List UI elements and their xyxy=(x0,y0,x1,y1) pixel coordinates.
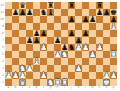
file-label-f: f xyxy=(40,86,47,91)
board-cell-p9[interactable]: ♝ xyxy=(110,23,117,30)
white-rook-piece: ♜ xyxy=(110,51,117,58)
black-rook-piece: ♜ xyxy=(68,2,75,9)
board-cell-i5[interactable]: ♞ xyxy=(61,51,68,58)
board-cell-o4[interactable] xyxy=(103,58,110,65)
board-cell-n5[interactable] xyxy=(96,51,103,58)
board-cell-m2[interactable] xyxy=(89,72,96,79)
board-cell-p2[interactable]: ♟ xyxy=(110,72,117,79)
board-cell-j5[interactable] xyxy=(68,51,75,58)
black-pawn-piece: ♟ xyxy=(26,9,33,16)
board-cell-b5[interactable] xyxy=(12,51,19,58)
board-cell-k2[interactable] xyxy=(75,72,82,79)
board-cell-g3[interactable] xyxy=(47,65,54,72)
board-cell-b10[interactable] xyxy=(12,16,19,23)
board-cell-e4[interactable]: ♝ xyxy=(33,58,40,65)
black-pawn-piece: ♟ xyxy=(82,30,89,37)
board-cell-n8[interactable] xyxy=(96,30,103,37)
file-label-b: b xyxy=(12,86,19,91)
board-cell-a8[interactable] xyxy=(5,30,12,37)
file-label-d: d xyxy=(26,86,33,91)
board-cell-h9[interactable] xyxy=(54,23,61,30)
white-pawn-piece: ♟ xyxy=(75,65,82,72)
file-label-m: m xyxy=(89,86,96,91)
white-pawn-piece: ♟ xyxy=(40,44,47,51)
board-cell-h11[interactable] xyxy=(54,9,61,16)
white-bishop-piece: ♝ xyxy=(110,23,117,30)
board-cell-a5[interactable] xyxy=(5,51,12,58)
board-cell-m9[interactable] xyxy=(89,23,96,30)
board-cell-c9[interactable] xyxy=(19,23,26,30)
board-cell-a7[interactable] xyxy=(5,37,12,44)
board-cell-e10[interactable] xyxy=(33,16,40,23)
board-cell-d6[interactable] xyxy=(26,44,33,51)
board-cell-k5[interactable] xyxy=(75,51,82,58)
board-cell-c10[interactable] xyxy=(19,16,26,23)
board-cell-g9[interactable] xyxy=(47,23,54,30)
board-cell-f8[interactable]: ♟ xyxy=(40,30,47,37)
board-cell-l2[interactable] xyxy=(82,72,89,79)
board-cell-n6[interactable]: ♟ xyxy=(96,44,103,51)
board-cell-m3[interactable] xyxy=(89,65,96,72)
board-cell-a10[interactable] xyxy=(5,16,12,23)
file-label-e: e xyxy=(33,86,40,91)
board-cell-f6[interactable]: ♟ xyxy=(40,44,47,51)
board-cell-o7[interactable] xyxy=(103,37,110,44)
file-label-i: i xyxy=(61,86,68,91)
file-label-k: k xyxy=(75,86,82,91)
board-cell-a6[interactable] xyxy=(5,44,12,51)
board-cell-h10[interactable] xyxy=(54,16,61,23)
board-cell-i4[interactable] xyxy=(61,58,68,65)
file-label-n: n xyxy=(96,86,103,91)
board-cell-b6[interactable] xyxy=(12,44,19,51)
board-cell-m10[interactable]: ♟ xyxy=(89,16,96,23)
board-cell-c5[interactable] xyxy=(19,51,26,58)
board-cell-m8[interactable] xyxy=(89,30,96,37)
board-cell-k3[interactable]: ♟ xyxy=(75,65,82,72)
file-label-c: c xyxy=(19,86,26,91)
board-cell-h12[interactable] xyxy=(54,2,61,9)
board-cell-n9[interactable] xyxy=(96,23,103,30)
board-cell-d3[interactable]: ♟ xyxy=(26,65,33,72)
white-knight-piece: ♞ xyxy=(61,51,68,58)
board-cell-p4[interactable] xyxy=(110,58,117,65)
board-cell-k12[interactable] xyxy=(75,2,82,9)
board-cell-j2[interactable] xyxy=(68,72,75,79)
board-cell-b9[interactable] xyxy=(12,23,19,30)
white-pawn-piece: ♟ xyxy=(96,44,103,51)
board-cell-g11[interactable]: ♝ xyxy=(47,9,54,16)
board-cell-d11[interactable]: ♟ xyxy=(26,9,33,16)
black-pawn-piece: ♟ xyxy=(89,16,96,23)
board-cell-p8[interactable] xyxy=(110,30,117,37)
white-bishop-piece: ♝ xyxy=(33,58,40,65)
file-label-a: a xyxy=(5,86,12,91)
board-cell-b7[interactable] xyxy=(12,37,19,44)
black-bishop-piece: ♝ xyxy=(47,9,54,16)
file-label-j: j xyxy=(68,86,75,91)
board-cell-a4[interactable] xyxy=(5,58,12,65)
black-pawn-piece: ♟ xyxy=(40,30,47,37)
board-cell-l4[interactable] xyxy=(82,58,89,65)
chess-board[interactable]: ♛♜♜♜♟♟♟♞♝♟♟♚♟♟♟♟♝♟♟♟♟♟♟♟♟♟♟♞♟♟♟♟♞♟♜♝♞♟♟♟… xyxy=(5,2,117,86)
board-cell-b8[interactable] xyxy=(12,30,19,37)
board-cell-i3[interactable] xyxy=(61,65,68,72)
board-cell-j10[interactable]: ♟ xyxy=(68,16,75,23)
board-cell-m5[interactable]: ♟ xyxy=(89,51,96,58)
file-label-o: o xyxy=(103,86,110,91)
white-pawn-piece: ♟ xyxy=(89,51,96,58)
board-cell-p5[interactable]: ♜ xyxy=(110,51,117,58)
board-cell-g10[interactable] xyxy=(47,16,54,23)
white-pawn-piece: ♟ xyxy=(26,65,33,72)
board-cell-l8[interactable]: ♟ xyxy=(82,30,89,37)
white-pawn-piece: ♟ xyxy=(110,72,117,79)
board-cell-f10[interactable] xyxy=(40,16,47,23)
board-cell-n4[interactable] xyxy=(96,58,103,65)
board-cell-c6[interactable] xyxy=(19,44,26,51)
board-cell-f5[interactable] xyxy=(40,51,47,58)
board-cell-d2[interactable] xyxy=(26,72,33,79)
board-cell-a9[interactable] xyxy=(5,23,12,30)
black-pawn-piece: ♟ xyxy=(68,16,75,23)
board-cell-l3[interactable] xyxy=(82,65,89,72)
board-cell-h3[interactable] xyxy=(54,65,61,72)
board-cell-d10[interactable] xyxy=(26,16,33,23)
file-label-g: g xyxy=(47,86,54,91)
board-cell-g4[interactable] xyxy=(47,58,54,65)
file-label-h: h xyxy=(54,86,61,91)
board-cell-j12[interactable]: ♜ xyxy=(68,2,75,9)
board-cell-h4[interactable] xyxy=(54,58,61,65)
board-cell-m4[interactable] xyxy=(89,58,96,65)
board-cell-f4[interactable] xyxy=(40,58,47,65)
board-cell-l12[interactable] xyxy=(82,2,89,9)
file-labels: abcdefghijklmnop xyxy=(5,86,117,91)
board-cell-n10[interactable] xyxy=(96,16,103,23)
file-label-p: p xyxy=(110,86,117,91)
board-cell-o8[interactable] xyxy=(103,30,110,37)
file-label-l: l xyxy=(82,86,89,91)
board-cell-p7[interactable] xyxy=(110,37,117,44)
